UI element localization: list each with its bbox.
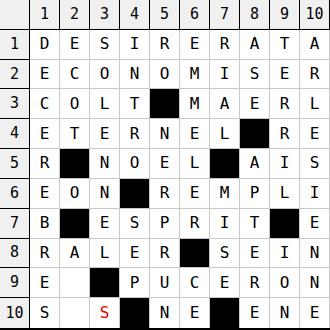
letter-cell-r10c8[interactable]: E [240, 298, 270, 328]
black-cell-r7c2 [60, 209, 90, 239]
letter-cell-r6c5[interactable]: R [150, 179, 180, 209]
row-header-6: 6 [0, 179, 30, 209]
letter-cell-r6c2[interactable]: O [60, 179, 90, 209]
row-header-5: 5 [0, 149, 30, 179]
letter-cell-r1c8[interactable]: A [240, 30, 270, 60]
letter-cell-r8c2[interactable]: A [60, 239, 90, 269]
letter-cell-r8c4[interactable]: E [120, 239, 150, 269]
letter-cell-r4c7[interactable]: L [210, 119, 240, 149]
letter-cell-r8c10[interactable]: N [300, 239, 330, 269]
letter-cell-r1c5[interactable]: R [150, 30, 180, 60]
letter-cell-r5c10[interactable]: S [300, 149, 330, 179]
letter-cell-r3c6[interactable]: M [180, 89, 210, 119]
letter-cell-r4c4[interactable]: R [120, 119, 150, 149]
letter-cell-r3c3[interactable]: L [90, 89, 120, 119]
letter-cell-r4c3[interactable]: E [90, 119, 120, 149]
letter-cell-r6c8[interactable]: P [240, 179, 270, 209]
empty-cell-r9c2[interactable] [60, 268, 90, 298]
col-header-1: 1 [30, 0, 60, 30]
letter-cell-r2c8[interactable]: S [240, 60, 270, 90]
black-cell-r7c9 [270, 209, 300, 239]
row-header-1: 1 [0, 30, 30, 60]
letter-cell-r9c7[interactable]: E [210, 268, 240, 298]
letter-cell-r5c8[interactable]: A [240, 149, 270, 179]
letter-cell-r10c1[interactable]: S [30, 298, 60, 328]
letter-cell-r2c6[interactable]: M [180, 60, 210, 90]
letter-cell-r10c5[interactable]: N [150, 298, 180, 328]
letter-cell-r4c5[interactable]: N [150, 119, 180, 149]
letter-cell-r9c6[interactable]: C [180, 268, 210, 298]
corner-cell [0, 0, 30, 30]
letter-cell-r7c4[interactable]: S [120, 209, 150, 239]
letter-cell-r5c5[interactable]: E [150, 149, 180, 179]
letter-cell-r7c10[interactable]: E [300, 209, 330, 239]
letter-cell-r2c3[interactable]: O [90, 60, 120, 90]
letter-cell-r6c1[interactable]: E [30, 179, 60, 209]
letter-cell-r1c7[interactable]: R [210, 30, 240, 60]
col-header-10: 10 [300, 0, 330, 30]
letter-cell-r1c1[interactable]: D [30, 30, 60, 60]
letter-cell-r10c3[interactable]: S [90, 298, 120, 328]
letter-cell-r2c1[interactable]: E [30, 60, 60, 90]
letter-cell-r4c10[interactable]: E [300, 119, 330, 149]
letter-cell-r7c5[interactable]: P [150, 209, 180, 239]
letter-cell-r8c3[interactable]: L [90, 239, 120, 269]
black-cell-r9c3 [90, 268, 120, 298]
letter-cell-r2c4[interactable]: N [120, 60, 150, 90]
letter-cell-r10c9[interactable]: N [270, 298, 300, 328]
letter-cell-r3c1[interactable]: C [30, 89, 60, 119]
black-cell-r10c4 [120, 298, 150, 328]
letter-cell-r5c6[interactable]: L [180, 149, 210, 179]
letter-cell-r7c8[interactable]: T [240, 209, 270, 239]
row-header-9: 9 [0, 268, 30, 298]
letter-cell-r2c7[interactable]: I [210, 60, 240, 90]
letter-cell-r2c2[interactable]: C [60, 60, 90, 90]
letter-cell-r5c9[interactable]: I [270, 149, 300, 179]
letter-cell-r4c9[interactable]: R [270, 119, 300, 149]
letter-cell-r3c2[interactable]: O [60, 89, 90, 119]
col-header-7: 7 [210, 0, 240, 30]
letter-cell-r9c5[interactable]: U [150, 268, 180, 298]
letter-cell-r3c7[interactable]: A [210, 89, 240, 119]
letter-cell-r1c4[interactable]: I [120, 30, 150, 60]
letter-cell-r9c9[interactable]: O [270, 268, 300, 298]
black-cell-r8c6 [180, 239, 210, 269]
letter-cell-r7c1[interactable]: B [30, 209, 60, 239]
black-cell-r4c8 [240, 119, 270, 149]
letter-cell-r4c1[interactable]: E [30, 119, 60, 149]
letter-cell-r5c1[interactable]: R [30, 149, 60, 179]
col-header-8: 8 [240, 0, 270, 30]
black-cell-r5c2 [60, 149, 90, 179]
black-cell-r3c5 [150, 89, 180, 119]
letter-cell-r10c10[interactable]: E [300, 298, 330, 328]
row-header-8: 8 [0, 239, 30, 269]
letter-cell-r1c3[interactable]: S [90, 30, 120, 60]
letter-cell-r6c6[interactable]: E [180, 179, 210, 209]
letter-cell-r6c9[interactable]: L [270, 179, 300, 209]
letter-cell-r3c4[interactable]: T [120, 89, 150, 119]
black-cell-r5c7 [210, 149, 240, 179]
letter-cell-r4c6[interactable]: E [180, 119, 210, 149]
letter-cell-r2c9[interactable]: E [270, 60, 300, 90]
black-cell-r10c7 [210, 298, 240, 328]
col-header-2: 2 [60, 0, 90, 30]
row-header-3: 3 [0, 89, 30, 119]
letter-cell-r9c1[interactable]: E [30, 268, 60, 298]
row-header-4: 4 [0, 119, 30, 149]
row-header-7: 7 [0, 209, 30, 239]
letter-cell-r6c7[interactable]: M [210, 179, 240, 209]
letter-cell-r9c4[interactable]: P [120, 268, 150, 298]
letter-cell-r1c2[interactable]: E [60, 30, 90, 60]
letter-cell-r8c5[interactable]: R [150, 239, 180, 269]
letter-cell-r10c6[interactable]: E [180, 298, 210, 328]
letter-cell-r7c3[interactable]: E [90, 209, 120, 239]
letter-cell-r5c3[interactable]: N [90, 149, 120, 179]
letter-cell-r1c6[interactable]: E [180, 30, 210, 60]
letter-cell-r4c2[interactable]: T [60, 119, 90, 149]
letter-cell-r8c7[interactable]: S [210, 239, 240, 269]
empty-cell-r10c2[interactable] [60, 298, 90, 328]
letter-cell-r8c8[interactable]: E [240, 239, 270, 269]
row-header-10: 10 [0, 298, 30, 328]
letter-cell-r3c8[interactable]: E [240, 89, 270, 119]
black-cell-r6c4 [120, 179, 150, 209]
letter-cell-r1c9[interactable]: T [270, 30, 300, 60]
letter-cell-r2c5[interactable]: O [150, 60, 180, 90]
letter-cell-r6c10[interactable]: I [300, 179, 330, 209]
letter-cell-r5c4[interactable]: O [120, 149, 150, 179]
col-header-3: 3 [90, 0, 120, 30]
col-header-5: 5 [150, 0, 180, 30]
crossword-board: 123456789101DESIRERATA2ECONOMISER3COLTMA… [0, 0, 330, 330]
letter-cell-r9c8[interactable]: R [240, 268, 270, 298]
letter-cell-r6c3[interactable]: N [90, 179, 120, 209]
letter-cell-r1c10[interactable]: A [300, 30, 330, 60]
letter-cell-r7c7[interactable]: I [210, 209, 240, 239]
letter-cell-r2c10[interactable]: R [300, 60, 330, 90]
letter-cell-r3c10[interactable]: L [300, 89, 330, 119]
letter-cell-r3c9[interactable]: R [270, 89, 300, 119]
letter-cell-r9c10[interactable]: N [300, 268, 330, 298]
letter-cell-r8c1[interactable]: R [30, 239, 60, 269]
row-header-2: 2 [0, 60, 30, 90]
col-header-4: 4 [120, 0, 150, 30]
letter-cell-r8c9[interactable]: I [270, 239, 300, 269]
col-header-6: 6 [180, 0, 210, 30]
letter-cell-r7c6[interactable]: R [180, 209, 210, 239]
col-header-9: 9 [270, 0, 300, 30]
